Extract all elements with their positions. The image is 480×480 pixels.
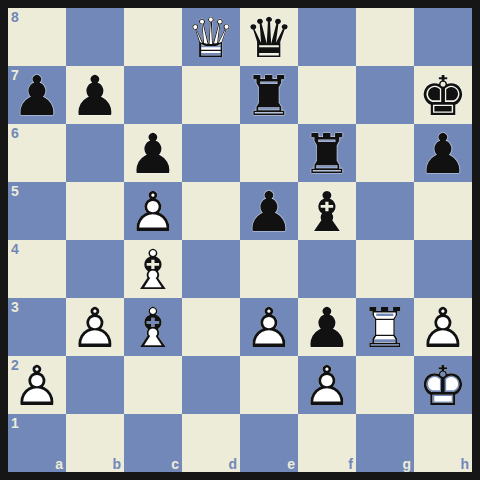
- black-pawn-fill: ♟: [240, 183, 298, 240]
- white-bishop[interactable]: ♝♗: [124, 298, 182, 356]
- square-f6[interactable]: ♜: [298, 124, 356, 182]
- square-a4[interactable]: 4: [8, 240, 66, 298]
- white-pawn-outline: ♙: [66, 299, 124, 356]
- square-b6[interactable]: [66, 124, 124, 182]
- square-b4[interactable]: [66, 240, 124, 298]
- square-g1[interactable]: g: [356, 414, 414, 472]
- square-d1[interactable]: d: [182, 414, 240, 472]
- square-f3[interactable]: ♟: [298, 298, 356, 356]
- file-label-c: c: [171, 457, 179, 471]
- square-h8[interactable]: [414, 8, 472, 66]
- square-a6[interactable]: 6: [8, 124, 66, 182]
- file-label-d: d: [228, 457, 237, 471]
- white-pawn-outline: ♙: [8, 357, 66, 414]
- square-d8[interactable]: ♛♕: [182, 8, 240, 66]
- square-d4[interactable]: [182, 240, 240, 298]
- white-pawn-outline: ♙: [240, 299, 298, 356]
- black-pawn[interactable]: ♟: [8, 66, 66, 124]
- white-rook-outline: ♖: [356, 299, 414, 356]
- black-pawn-fill: ♟: [124, 125, 182, 182]
- file-label-b: b: [112, 457, 121, 471]
- square-a8[interactable]: 8: [8, 8, 66, 66]
- black-pawn-fill: ♟: [414, 125, 472, 182]
- rank-label-8: 8: [11, 10, 19, 24]
- white-pawn[interactable]: ♟♙: [124, 182, 182, 240]
- square-b5[interactable]: [66, 182, 124, 240]
- square-c5[interactable]: ♟♙: [124, 182, 182, 240]
- black-bishop[interactable]: ♝: [298, 182, 356, 240]
- white-pawn-outline: ♙: [124, 183, 182, 240]
- square-g5[interactable]: [356, 182, 414, 240]
- file-label-a: a: [55, 457, 63, 471]
- white-pawn-outline: ♙: [298, 357, 356, 414]
- rank-label-6: 6: [11, 126, 19, 140]
- black-rook-fill: ♜: [240, 67, 298, 124]
- square-h7[interactable]: ♚: [414, 66, 472, 124]
- white-bishop-outline: ♗: [124, 299, 182, 356]
- white-bishop-outline: ♗: [124, 241, 182, 298]
- black-queen[interactable]: ♛: [240, 8, 298, 66]
- black-king[interactable]: ♚: [414, 66, 472, 124]
- square-e3[interactable]: ♟♙: [240, 298, 298, 356]
- square-d5[interactable]: [182, 182, 240, 240]
- file-label-h: h: [460, 457, 469, 471]
- black-pawn-fill: ♟: [66, 67, 124, 124]
- square-g2[interactable]: [356, 356, 414, 414]
- square-c8[interactable]: [124, 8, 182, 66]
- square-e8[interactable]: ♛: [240, 8, 298, 66]
- square-g4[interactable]: [356, 240, 414, 298]
- black-pawn[interactable]: ♟: [298, 298, 356, 356]
- black-bishop-fill: ♝: [298, 183, 356, 240]
- square-g7[interactable]: [356, 66, 414, 124]
- white-bishop[interactable]: ♝♗: [124, 240, 182, 298]
- square-a7[interactable]: 7♟: [8, 66, 66, 124]
- square-h2[interactable]: ♚♔: [414, 356, 472, 414]
- square-c7[interactable]: [124, 66, 182, 124]
- square-d2[interactable]: [182, 356, 240, 414]
- square-h1[interactable]: h: [414, 414, 472, 472]
- square-d3[interactable]: [182, 298, 240, 356]
- square-b1[interactable]: b: [66, 414, 124, 472]
- square-a1[interactable]: 1a: [8, 414, 66, 472]
- file-label-e: e: [287, 457, 295, 471]
- square-b7[interactable]: ♟: [66, 66, 124, 124]
- square-f7[interactable]: [298, 66, 356, 124]
- file-label-f: f: [348, 457, 353, 471]
- white-rook[interactable]: ♜♖: [356, 298, 414, 356]
- white-queen[interactable]: ♛♕: [182, 8, 240, 66]
- square-a2[interactable]: 2♟♙: [8, 356, 66, 414]
- square-f4[interactable]: [298, 240, 356, 298]
- square-h4[interactable]: [414, 240, 472, 298]
- white-king[interactable]: ♚♔: [414, 356, 472, 414]
- chess-board: 8♛♕♛7♟♟♜♚6♟♜♟5♟♙♟♝4♝♗3♟♙♝♗♟♙♟♜♖♟♙2♟♙♟♙♚♔…: [8, 8, 472, 472]
- black-king-fill: ♚: [414, 67, 472, 124]
- white-pawn[interactable]: ♟♙: [298, 356, 356, 414]
- black-queen-fill: ♛: [240, 9, 298, 66]
- square-e6[interactable]: [240, 124, 298, 182]
- square-f5[interactable]: ♝: [298, 182, 356, 240]
- square-e7[interactable]: ♜: [240, 66, 298, 124]
- square-c3[interactable]: ♝♗: [124, 298, 182, 356]
- square-g3[interactable]: ♜♖: [356, 298, 414, 356]
- black-pawn-fill: ♟: [298, 299, 356, 356]
- square-d6[interactable]: [182, 124, 240, 182]
- square-b8[interactable]: [66, 8, 124, 66]
- square-c1[interactable]: c: [124, 414, 182, 472]
- black-rook[interactable]: ♜: [240, 66, 298, 124]
- black-rook[interactable]: ♜: [298, 124, 356, 182]
- square-a5[interactable]: 5: [8, 182, 66, 240]
- square-g8[interactable]: [356, 8, 414, 66]
- square-g6[interactable]: [356, 124, 414, 182]
- square-c4[interactable]: ♝♗: [124, 240, 182, 298]
- rank-label-1: 1: [11, 416, 19, 430]
- file-label-g: g: [402, 457, 411, 471]
- square-c6[interactable]: ♟: [124, 124, 182, 182]
- rank-label-5: 5: [11, 184, 19, 198]
- white-pawn[interactable]: ♟♙: [66, 298, 124, 356]
- square-f1[interactable]: f: [298, 414, 356, 472]
- white-king-outline: ♔: [414, 357, 472, 414]
- board-frame: 8♛♕♛7♟♟♜♚6♟♜♟5♟♙♟♝4♝♗3♟♙♝♗♟♙♟♜♖♟♙2♟♙♟♙♚♔…: [0, 0, 480, 480]
- black-pawn[interactable]: ♟: [66, 66, 124, 124]
- black-pawn[interactable]: ♟: [240, 182, 298, 240]
- white-pawn[interactable]: ♟♙: [240, 298, 298, 356]
- white-pawn-outline: ♙: [414, 299, 472, 356]
- square-f2[interactable]: ♟♙: [298, 356, 356, 414]
- square-d7[interactable]: [182, 66, 240, 124]
- square-e2[interactable]: [240, 356, 298, 414]
- black-pawn[interactable]: ♟: [414, 124, 472, 182]
- black-pawn[interactable]: ♟: [124, 124, 182, 182]
- square-h6[interactable]: ♟: [414, 124, 472, 182]
- black-pawn-fill: ♟: [8, 67, 66, 124]
- square-h3[interactable]: ♟♙: [414, 298, 472, 356]
- square-e1[interactable]: e: [240, 414, 298, 472]
- square-e4[interactable]: [240, 240, 298, 298]
- square-e5[interactable]: ♟: [240, 182, 298, 240]
- square-b3[interactable]: ♟♙: [66, 298, 124, 356]
- square-a3[interactable]: 3: [8, 298, 66, 356]
- white-pawn[interactable]: ♟♙: [414, 298, 472, 356]
- rank-label-4: 4: [11, 242, 19, 256]
- white-pawn[interactable]: ♟♙: [8, 356, 66, 414]
- square-h5[interactable]: [414, 182, 472, 240]
- rank-label-3: 3: [11, 300, 19, 314]
- white-queen-outline: ♕: [182, 9, 240, 66]
- square-f8[interactable]: [298, 8, 356, 66]
- square-c2[interactable]: [124, 356, 182, 414]
- black-rook-fill: ♜: [298, 125, 356, 182]
- square-b2[interactable]: [66, 356, 124, 414]
